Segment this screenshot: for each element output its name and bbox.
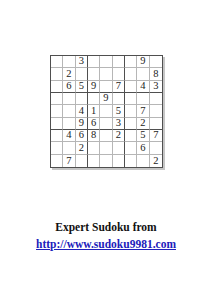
cell-r1c4 [88,56,100,68]
cell-r4c4 [88,93,100,105]
cell-r3c1 [51,81,63,93]
cell-r4c1 [51,93,63,105]
cell-r1c5 [100,56,112,68]
cell-r2c4 [88,68,100,80]
cell-r4c8 [137,93,149,105]
cell-r2c7 [125,68,137,80]
cell-r9c3 [76,155,88,167]
cell-r3c9: 3 [150,81,162,93]
cell-r2c3 [76,68,88,80]
cell-r7c2: 4 [63,130,75,142]
cell-r3c8: 4 [137,81,149,93]
cell-r8c6 [113,142,125,154]
cell-r1c6 [113,56,125,68]
cell-r2c6 [113,68,125,80]
cell-r9c4 [88,155,100,167]
cell-r6c7 [125,118,137,130]
cell-r7c9: 7 [150,130,162,142]
cell-r7c3: 6 [76,130,88,142]
cell-r5c9 [150,105,162,117]
cell-r1c1 [51,56,63,68]
cell-r3c3: 5 [76,81,88,93]
cell-r9c5 [100,155,112,167]
cell-r3c7 [125,81,137,93]
cell-r9c9: 2 [150,155,162,167]
cell-r6c5 [100,118,112,130]
cell-r9c7 [125,155,137,167]
cell-r3c5 [100,81,112,93]
cell-r4c6 [113,93,125,105]
cell-r7c8: 5 [137,130,149,142]
cell-r6c3: 9 [76,118,88,130]
cell-r8c2 [63,142,75,154]
cell-r6c1 [51,118,63,130]
footer: Expert Sudoku from http://www.sudoku9981… [0,221,212,252]
cell-r5c2 [63,105,75,117]
page: 39286597439415796324682572672 Expert Sud… [0,0,212,300]
cell-r4c9 [150,93,162,105]
cell-r3c6: 7 [113,81,125,93]
cell-r5c7 [125,105,137,117]
cell-r5c3: 4 [76,105,88,117]
cell-r7c5 [100,130,112,142]
cell-r5c6: 5 [113,105,125,117]
cell-r1c3: 3 [76,56,88,68]
cell-r4c3 [76,93,88,105]
cell-r8c7 [125,142,137,154]
cell-r7c6: 2 [113,130,125,142]
cell-r4c2 [63,93,75,105]
cell-r1c9 [150,56,162,68]
cell-r5c8: 7 [137,105,149,117]
cell-r6c2 [63,118,75,130]
cell-r8c8: 6 [137,142,149,154]
cell-r6c8: 2 [137,118,149,130]
cell-r8c9 [150,142,162,154]
cell-r8c4 [88,142,100,154]
cell-r3c4: 9 [88,81,100,93]
cell-r2c9: 8 [150,68,162,80]
cell-r9c6 [113,155,125,167]
cell-r7c4: 8 [88,130,100,142]
cell-r4c5: 9 [100,93,112,105]
cell-r2c8 [137,68,149,80]
cell-r9c2: 7 [63,155,75,167]
cell-r9c1 [51,155,63,167]
cell-r1c8: 9 [137,56,149,68]
puzzle-difficulty-title: Expert Sudoku from [0,221,212,234]
cell-r6c6: 3 [113,118,125,130]
cell-r4c7 [125,93,137,105]
cell-r1c2 [63,56,75,68]
cell-r8c5 [100,142,112,154]
cell-r7c1 [51,130,63,142]
cell-r5c1 [51,105,63,117]
cell-r2c1 [51,68,63,80]
cell-r1c7 [125,56,137,68]
cell-r9c8 [137,155,149,167]
cell-r7c7 [125,130,137,142]
cell-r6c9 [150,118,162,130]
cell-r8c1 [51,142,63,154]
cell-r2c2: 2 [63,68,75,80]
sudoku-board: 39286597439415796324682572672 [50,55,163,168]
source-url-link[interactable]: http://www.sudoku9981.com [36,238,176,251]
cell-r8c3: 2 [76,142,88,154]
cell-r6c4: 6 [88,118,100,130]
cell-r2c5 [100,68,112,80]
cell-r5c5 [100,105,112,117]
cell-r3c2: 6 [63,81,75,93]
cell-r5c4: 1 [88,105,100,117]
